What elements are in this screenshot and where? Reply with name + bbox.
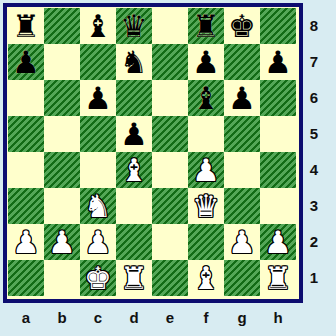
- square-f6[interactable]: ♝: [188, 80, 224, 116]
- file-label-g: g: [224, 305, 260, 331]
- white-rook-h1: ♜: [264, 260, 292, 296]
- rank-label-2: 2: [301, 224, 327, 260]
- square-d8[interactable]: ♛: [116, 8, 152, 44]
- rank-label-7: 7: [301, 44, 327, 80]
- file-label-f: f: [188, 305, 224, 331]
- board-frame: ♜♝♛♜♚♟♞♟♟♟♝♟♟♝♟♞♛♟♟♟♟♟♚♜♝♜: [3, 3, 303, 303]
- square-e7[interactable]: [152, 44, 188, 80]
- black-rook-a8: ♜: [12, 8, 40, 44]
- white-bishop-f1: ♝: [192, 260, 220, 296]
- black-bishop-c8: ♝: [84, 8, 112, 44]
- white-knight-c3: ♞: [84, 188, 112, 224]
- square-h4[interactable]: [260, 152, 296, 188]
- square-g4[interactable]: [224, 152, 260, 188]
- file-label-d: d: [116, 305, 152, 331]
- black-queen-d8: ♛: [120, 8, 148, 44]
- square-f2[interactable]: [188, 224, 224, 260]
- square-f1[interactable]: ♝: [188, 260, 224, 296]
- square-b7[interactable]: [44, 44, 80, 80]
- white-pawn-b2: ♟: [48, 224, 76, 260]
- square-g3[interactable]: [224, 188, 260, 224]
- square-h7[interactable]: ♟: [260, 44, 296, 80]
- square-e8[interactable]: [152, 8, 188, 44]
- square-e3[interactable]: [152, 188, 188, 224]
- white-bishop-d4: ♝: [120, 152, 148, 188]
- square-h8[interactable]: [260, 8, 296, 44]
- square-b4[interactable]: [44, 152, 80, 188]
- square-a2[interactable]: ♟: [8, 224, 44, 260]
- black-king-g8: ♚: [228, 8, 256, 44]
- square-e1[interactable]: [152, 260, 188, 296]
- black-rook-f8: ♜: [192, 8, 220, 44]
- square-c2[interactable]: ♟: [80, 224, 116, 260]
- square-f8[interactable]: ♜: [188, 8, 224, 44]
- white-pawn-h2: ♟: [264, 224, 292, 260]
- square-h1[interactable]: ♜: [260, 260, 296, 296]
- square-a8[interactable]: ♜: [8, 8, 44, 44]
- square-a5[interactable]: [8, 116, 44, 152]
- square-e5[interactable]: [152, 116, 188, 152]
- square-g6[interactable]: ♟: [224, 80, 260, 116]
- square-b8[interactable]: [44, 8, 80, 44]
- square-g2[interactable]: ♟: [224, 224, 260, 260]
- square-c7[interactable]: [80, 44, 116, 80]
- file-label-h: h: [260, 305, 296, 331]
- square-d1[interactable]: ♜: [116, 260, 152, 296]
- rank-label-8: 8: [301, 8, 327, 44]
- black-bishop-f6: ♝: [192, 80, 220, 116]
- file-label-b: b: [44, 305, 80, 331]
- square-d5[interactable]: ♟: [116, 116, 152, 152]
- rank-label-4: 4: [301, 152, 327, 188]
- square-b1[interactable]: [44, 260, 80, 296]
- square-c4[interactable]: [80, 152, 116, 188]
- file-labels: abcdefgh: [8, 305, 296, 331]
- square-c3[interactable]: ♞: [80, 188, 116, 224]
- white-rook-d1: ♜: [120, 260, 148, 296]
- square-a4[interactable]: [8, 152, 44, 188]
- board: ♜♝♛♜♚♟♞♟♟♟♝♟♟♝♟♞♛♟♟♟♟♟♚♜♝♜: [8, 8, 296, 296]
- square-h6[interactable]: [260, 80, 296, 116]
- file-label-c: c: [80, 305, 116, 331]
- white-pawn-f4: ♟: [192, 152, 220, 188]
- black-pawn-h7: ♟: [264, 44, 292, 80]
- square-d3[interactable]: [116, 188, 152, 224]
- black-pawn-g6: ♟: [228, 80, 256, 116]
- rank-label-3: 3: [301, 188, 327, 224]
- square-b2[interactable]: ♟: [44, 224, 80, 260]
- square-f3[interactable]: ♛: [188, 188, 224, 224]
- square-g7[interactable]: [224, 44, 260, 80]
- square-a3[interactable]: [8, 188, 44, 224]
- square-d2[interactable]: [116, 224, 152, 260]
- square-g5[interactable]: [224, 116, 260, 152]
- black-pawn-f7: ♟: [192, 44, 220, 80]
- square-h2[interactable]: ♟: [260, 224, 296, 260]
- square-c1[interactable]: ♚: [80, 260, 116, 296]
- square-g1[interactable]: [224, 260, 260, 296]
- square-d7[interactable]: ♞: [116, 44, 152, 80]
- square-d6[interactable]: [116, 80, 152, 116]
- file-label-e: e: [152, 305, 188, 331]
- square-g8[interactable]: ♚: [224, 8, 260, 44]
- file-label-a: a: [8, 305, 44, 331]
- square-d4[interactable]: ♝: [116, 152, 152, 188]
- square-e4[interactable]: [152, 152, 188, 188]
- square-c8[interactable]: ♝: [80, 8, 116, 44]
- white-pawn-c2: ♟: [84, 224, 112, 260]
- rank-label-5: 5: [301, 116, 327, 152]
- square-b5[interactable]: [44, 116, 80, 152]
- white-queen-f3: ♛: [192, 188, 220, 224]
- white-pawn-a2: ♟: [12, 224, 40, 260]
- square-h3[interactable]: [260, 188, 296, 224]
- square-b3[interactable]: [44, 188, 80, 224]
- white-pawn-g2: ♟: [228, 224, 256, 260]
- rank-labels: 87654321: [301, 8, 327, 296]
- square-e2[interactable]: [152, 224, 188, 260]
- square-f5[interactable]: [188, 116, 224, 152]
- black-pawn-c6: ♟: [84, 80, 112, 116]
- square-b6[interactable]: [44, 80, 80, 116]
- chess-diagram: ♜♝♛♜♚♟♞♟♟♟♝♟♟♝♟♞♛♟♟♟♟♟♚♜♝♜ abcdefgh 8765…: [0, 0, 336, 336]
- square-a1[interactable]: [8, 260, 44, 296]
- black-pawn-a7: ♟: [12, 44, 40, 80]
- square-h5[interactable]: [260, 116, 296, 152]
- square-f7[interactable]: ♟: [188, 44, 224, 80]
- square-f4[interactable]: ♟: [188, 152, 224, 188]
- square-c5[interactable]: [80, 116, 116, 152]
- square-a6[interactable]: [8, 80, 44, 116]
- square-e6[interactable]: [152, 80, 188, 116]
- square-c6[interactable]: ♟: [80, 80, 116, 116]
- black-pawn-d5: ♟: [120, 116, 148, 152]
- rank-label-6: 6: [301, 80, 327, 116]
- rank-label-1: 1: [301, 260, 327, 296]
- square-a7[interactable]: ♟: [8, 44, 44, 80]
- black-knight-d7: ♞: [120, 44, 148, 80]
- white-king-c1: ♚: [84, 260, 112, 296]
